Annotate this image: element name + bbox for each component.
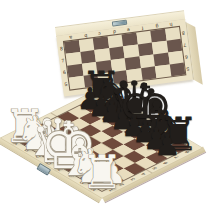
box-rank-label: 5 — [64, 81, 67, 86]
file-label: F — [68, 174, 75, 178]
box-rank-label: 7 — [61, 58, 64, 63]
folded-chess-box: abcdefgh 8765 8765 — [55, 10, 193, 96]
rank-label: 3 — [129, 178, 136, 182]
box-latch-icon — [112, 20, 128, 27]
rank-label: 2 — [118, 183, 125, 187]
file-label: C — [34, 155, 42, 159]
box-file-label: e — [127, 27, 130, 32]
box-rank-label: 8 — [60, 46, 63, 51]
box-rank-label: 6 — [185, 54, 188, 59]
box-file-label: h — [170, 22, 173, 27]
file-label: H — [90, 187, 98, 191]
box-file-label: c — [98, 31, 101, 36]
box-file-label: d — [113, 29, 116, 34]
file-label: B — [23, 148, 30, 152]
rank-label: 8 — [184, 150, 191, 154]
box-file-label: a — [69, 35, 72, 40]
box-square — [126, 68, 142, 82]
rank-label: 6 — [162, 161, 169, 165]
file-label: E — [56, 168, 63, 172]
box-rank-label: 7 — [183, 42, 186, 47]
box-rank-label: 5 — [186, 65, 189, 70]
chess-board: ABCDEFGH 12345678 — [1, 88, 202, 198]
box-square — [83, 74, 99, 88]
box-rank-label: 6 — [63, 69, 66, 74]
file-label: D — [45, 161, 53, 165]
chess-set-photo: abcdefgh 8765 8765 ABCDEFGH 12345678 ♜♟♞… — [0, 0, 220, 220]
file-label: A — [12, 141, 19, 145]
rank-label: 7 — [173, 156, 180, 160]
box-square — [112, 70, 128, 84]
box-square — [97, 72, 113, 86]
box-file-label: b — [84, 33, 87, 38]
rank-label: 1 — [107, 188, 114, 192]
box-square — [169, 63, 185, 77]
rank-label: 4 — [140, 172, 147, 176]
box-file-label: g — [155, 24, 158, 29]
file-label: G — [78, 181, 86, 185]
box-square — [155, 64, 171, 78]
box-file-label: f — [142, 26, 144, 31]
box-square — [69, 76, 85, 90]
box-rank-label: 8 — [182, 30, 185, 35]
rank-label: 5 — [151, 167, 158, 171]
box-square — [141, 66, 157, 80]
